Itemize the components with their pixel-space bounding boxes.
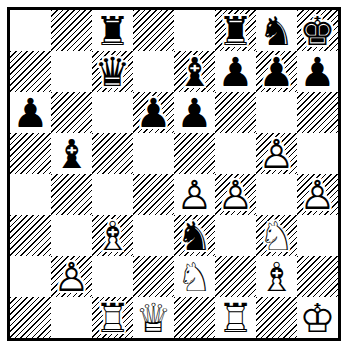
square-h4[interactable]: ♟♙	[297, 174, 338, 215]
piece-black-knight[interactable]: ♞♞	[256, 10, 297, 51]
square-c2[interactable]	[92, 256, 133, 297]
square-h5[interactable]	[297, 133, 338, 174]
black-pawn-icon: ♟	[256, 51, 297, 92]
piece-white-pawn[interactable]: ♟♙	[215, 174, 256, 215]
black-pawn-icon: ♟	[10, 92, 51, 133]
piece-black-bishop[interactable]: ♝♝	[174, 51, 215, 92]
black-queen-icon: ♛	[92, 51, 133, 92]
square-d7[interactable]	[133, 51, 174, 92]
square-b5[interactable]: ♝♝	[51, 133, 92, 174]
white-rook-icon: ♖	[215, 297, 256, 338]
square-d3[interactable]	[133, 215, 174, 256]
square-e6[interactable]: ♟♟	[174, 92, 215, 133]
square-a5[interactable]	[10, 133, 51, 174]
square-d6[interactable]: ♟♟	[133, 92, 174, 133]
square-b6[interactable]	[51, 92, 92, 133]
white-pawn-icon: ♙	[256, 133, 297, 174]
square-a7[interactable]	[10, 51, 51, 92]
square-g6[interactable]	[256, 92, 297, 133]
piece-black-rook[interactable]: ♜♜	[92, 10, 133, 51]
square-c4[interactable]	[92, 174, 133, 215]
piece-black-pawn[interactable]: ♟♟	[133, 92, 174, 133]
square-h3[interactable]	[297, 215, 338, 256]
square-a8[interactable]	[10, 10, 51, 51]
black-pawn-icon: ♟	[215, 51, 256, 92]
square-e7[interactable]: ♝♝	[174, 51, 215, 92]
square-g2[interactable]: ♝♗	[256, 256, 297, 297]
square-g7[interactable]: ♟♟	[256, 51, 297, 92]
piece-black-pawn[interactable]: ♟♟	[174, 92, 215, 133]
square-g1[interactable]	[256, 297, 297, 338]
piece-black-king[interactable]: ♚♚	[297, 10, 338, 51]
square-g3[interactable]: ♞♘	[256, 215, 297, 256]
square-g8[interactable]: ♞♞	[256, 10, 297, 51]
square-h7[interactable]: ♟♟	[297, 51, 338, 92]
square-g5[interactable]: ♟♙	[256, 133, 297, 174]
square-b8[interactable]	[51, 10, 92, 51]
piece-white-pawn[interactable]: ♟♙	[297, 174, 338, 215]
black-king-icon: ♚	[297, 10, 338, 51]
square-f6[interactable]	[215, 92, 256, 133]
white-bishop-icon: ♗	[256, 256, 297, 297]
piece-black-rook[interactable]: ♜♜	[215, 10, 256, 51]
white-knight-icon: ♘	[174, 256, 215, 297]
square-b4[interactable]	[51, 174, 92, 215]
square-e2[interactable]: ♞♘	[174, 256, 215, 297]
square-h8[interactable]: ♚♚	[297, 10, 338, 51]
black-knight-icon: ♞	[256, 10, 297, 51]
square-c1[interactable]: ♜♖	[92, 297, 133, 338]
square-c6[interactable]	[92, 92, 133, 133]
black-knight-icon: ♞	[174, 215, 215, 256]
square-b1[interactable]	[51, 297, 92, 338]
piece-white-rook[interactable]: ♜♖	[92, 297, 133, 338]
black-pawn-icon: ♟	[174, 92, 215, 133]
square-d8[interactable]	[133, 10, 174, 51]
square-c7[interactable]: ♛♛	[92, 51, 133, 92]
chess-diagram: ♜♜♜♜♞♞♚♚♛♛♝♝♟♟♟♟♟♟♟♟♟♟♟♟♝♝♟♙♟♙♟♙♟♙♝♗♞♞♞♘…	[0, 0, 350, 350]
square-d5[interactable]	[133, 133, 174, 174]
square-e5[interactable]	[174, 133, 215, 174]
white-bishop-icon: ♗	[92, 215, 133, 256]
square-b7[interactable]	[51, 51, 92, 92]
square-a1[interactable]	[10, 297, 51, 338]
white-rook-icon: ♖	[92, 297, 133, 338]
piece-white-pawn[interactable]: ♟♙	[256, 133, 297, 174]
white-knight-icon: ♘	[256, 215, 297, 256]
piece-white-pawn[interactable]: ♟♙	[51, 256, 92, 297]
piece-white-bishop[interactable]: ♝♗	[256, 256, 297, 297]
square-f1[interactable]: ♜♖	[215, 297, 256, 338]
piece-white-bishop[interactable]: ♝♗	[92, 215, 133, 256]
square-c3[interactable]: ♝♗	[92, 215, 133, 256]
white-pawn-icon: ♙	[215, 174, 256, 215]
square-h6[interactable]	[297, 92, 338, 133]
square-f5[interactable]	[215, 133, 256, 174]
square-e4[interactable]: ♟♙	[174, 174, 215, 215]
square-e3[interactable]: ♞♞	[174, 215, 215, 256]
chess-board: ♜♜♜♜♞♞♚♚♛♛♝♝♟♟♟♟♟♟♟♟♟♟♟♟♝♝♟♙♟♙♟♙♟♙♝♗♞♞♞♘…	[7, 7, 341, 341]
piece-black-pawn[interactable]: ♟♟	[10, 92, 51, 133]
piece-black-queen[interactable]: ♛♛	[92, 51, 133, 92]
square-h1[interactable]: ♚♔	[297, 297, 338, 338]
square-c5[interactable]	[92, 133, 133, 174]
piece-white-queen[interactable]: ♛♕	[133, 297, 174, 338]
black-rook-icon: ♜	[92, 10, 133, 51]
piece-white-knight[interactable]: ♞♘	[256, 215, 297, 256]
square-b3[interactable]	[51, 215, 92, 256]
square-c8[interactable]: ♜♜	[92, 10, 133, 51]
piece-white-pawn[interactable]: ♟♙	[174, 174, 215, 215]
piece-black-bishop[interactable]: ♝♝	[51, 133, 92, 174]
piece-white-king[interactable]: ♚♔	[297, 297, 338, 338]
square-d2[interactable]	[133, 256, 174, 297]
black-rook-icon: ♜	[215, 10, 256, 51]
square-e1[interactable]	[174, 297, 215, 338]
white-king-icon: ♔	[297, 297, 338, 338]
square-f3[interactable]	[215, 215, 256, 256]
black-pawn-icon: ♟	[133, 92, 174, 133]
black-bishop-icon: ♝	[174, 51, 215, 92]
square-d4[interactable]	[133, 174, 174, 215]
piece-black-pawn[interactable]: ♟♟	[297, 51, 338, 92]
square-e8[interactable]	[174, 10, 215, 51]
square-a2[interactable]	[10, 256, 51, 297]
square-d1[interactable]: ♛♕	[133, 297, 174, 338]
piece-black-pawn[interactable]: ♟♟	[215, 51, 256, 92]
white-pawn-icon: ♙	[51, 256, 92, 297]
square-b2[interactable]: ♟♙	[51, 256, 92, 297]
white-queen-icon: ♕	[133, 297, 174, 338]
white-pawn-icon: ♙	[297, 174, 338, 215]
piece-black-pawn[interactable]: ♟♟	[256, 51, 297, 92]
square-g4[interactable]	[256, 174, 297, 215]
square-f2[interactable]	[215, 256, 256, 297]
square-a6[interactable]: ♟♟	[10, 92, 51, 133]
black-bishop-icon: ♝	[51, 133, 92, 174]
square-f4[interactable]: ♟♙	[215, 174, 256, 215]
square-f8[interactable]: ♜♜	[215, 10, 256, 51]
black-pawn-icon: ♟	[297, 51, 338, 92]
square-a3[interactable]	[10, 215, 51, 256]
square-a4[interactable]	[10, 174, 51, 215]
square-f7[interactable]: ♟♟	[215, 51, 256, 92]
white-pawn-icon: ♙	[174, 174, 215, 215]
piece-black-knight[interactable]: ♞♞	[174, 215, 215, 256]
piece-white-knight[interactable]: ♞♘	[174, 256, 215, 297]
piece-white-rook[interactable]: ♜♖	[215, 297, 256, 338]
square-h2[interactable]	[297, 256, 338, 297]
